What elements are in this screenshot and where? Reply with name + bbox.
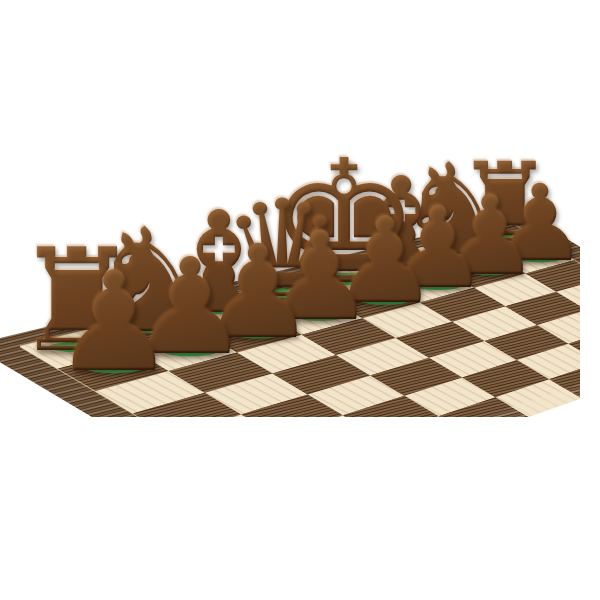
piece-a7-pawn: ♟ xyxy=(52,254,176,392)
pieces-layer: ♜♞♟♝♟♚♟♛♟♝♟♞♟♜♟♟ xyxy=(0,0,600,600)
chess-product-photo: ♜♞♟♝♟♚♟♛♟♝♟♞♟♜♟♟ xyxy=(0,0,600,600)
